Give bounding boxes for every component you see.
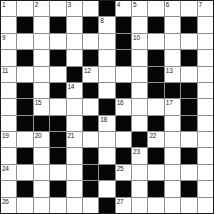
white-cell[interactable]: 24 [1, 165, 16, 180]
white-cell[interactable] [165, 132, 180, 147]
clue-number: 1 [2, 1, 5, 8]
black-cell [165, 83, 180, 98]
black-cell [148, 116, 163, 131]
white-cell[interactable] [132, 67, 147, 82]
white-cell[interactable] [34, 181, 49, 196]
white-cell[interactable] [67, 165, 82, 180]
black-cell [83, 17, 98, 32]
clue-number: 14 [68, 83, 75, 90]
white-cell[interactable] [165, 165, 180, 180]
black-cell [99, 99, 114, 114]
white-cell[interactable] [165, 50, 180, 65]
white-cell[interactable] [99, 67, 114, 82]
white-cell[interactable] [198, 198, 213, 213]
clue-number: 10 [133, 34, 140, 41]
black-cell [132, 132, 147, 147]
white-cell[interactable] [198, 148, 213, 163]
white-cell[interactable] [1, 17, 16, 32]
black-cell [17, 50, 32, 65]
clue-number: 3 [68, 1, 71, 8]
black-cell [181, 148, 196, 163]
white-cell[interactable]: 10 [132, 34, 147, 49]
white-cell[interactable] [132, 181, 147, 196]
white-cell[interactable] [116, 67, 131, 82]
white-cell[interactable] [67, 148, 82, 163]
white-cell[interactable] [132, 165, 147, 180]
white-cell[interactable] [132, 116, 147, 131]
black-cell [50, 116, 65, 131]
white-cell[interactable] [83, 198, 98, 213]
white-cell[interactable] [198, 116, 213, 131]
white-cell[interactable] [99, 181, 114, 196]
black-cell [181, 99, 196, 114]
white-cell[interactable]: 4 [116, 1, 131, 16]
white-cell[interactable] [181, 165, 196, 180]
white-cell[interactable] [1, 99, 16, 114]
white-cell[interactable]: 22 [148, 132, 163, 147]
white-cell[interactable] [1, 50, 16, 65]
white-cell[interactable] [198, 67, 213, 82]
white-cell[interactable]: 6 [165, 1, 180, 16]
white-cell[interactable] [67, 198, 82, 213]
white-cell[interactable] [50, 1, 65, 16]
white-cell[interactable] [148, 34, 163, 49]
white-cell[interactable] [165, 148, 180, 163]
white-cell[interactable] [83, 34, 98, 49]
white-cell[interactable]: 27 [116, 198, 131, 213]
black-cell [83, 148, 98, 163]
white-cell[interactable] [67, 99, 82, 114]
black-cell [50, 148, 65, 163]
white-cell[interactable] [67, 181, 82, 196]
black-cell [34, 116, 49, 131]
white-cell[interactable] [99, 34, 114, 49]
white-cell[interactable] [132, 99, 147, 114]
white-cell[interactable] [181, 198, 196, 213]
black-cell [148, 67, 163, 82]
clue-number: 12 [84, 67, 91, 74]
white-cell[interactable]: 9 [1, 34, 16, 49]
black-cell [116, 181, 131, 196]
white-cell[interactable]: 17 [165, 99, 180, 114]
white-cell[interactable] [17, 1, 32, 16]
white-cell[interactable]: 12 [83, 67, 98, 82]
black-cell [181, 116, 196, 131]
clue-number: 13 [166, 67, 173, 74]
white-cell[interactable]: 2 [34, 1, 49, 16]
white-cell[interactable] [67, 50, 82, 65]
clue-number: 22 [149, 132, 156, 139]
white-cell[interactable]: 11 [1, 67, 16, 82]
white-cell[interactable] [132, 50, 147, 65]
white-cell[interactable] [99, 83, 114, 98]
black-cell [116, 148, 131, 163]
white-cell[interactable]: 15 [34, 99, 49, 114]
white-cell[interactable] [99, 132, 114, 147]
black-cell [116, 50, 131, 65]
white-cell[interactable]: 8 [99, 17, 114, 32]
white-cell[interactable]: 13 [165, 67, 180, 82]
white-cell[interactable] [132, 17, 147, 32]
white-cell[interactable]: 25 [116, 165, 131, 180]
clue-number: 2 [35, 1, 38, 8]
black-cell [116, 83, 131, 98]
white-cell[interactable] [34, 198, 49, 213]
white-cell[interactable]: 14 [67, 83, 82, 98]
white-cell[interactable] [198, 34, 213, 49]
black-cell [99, 1, 114, 16]
black-cell [17, 116, 32, 131]
black-cell [50, 17, 65, 32]
black-cell [116, 116, 131, 131]
black-cell [83, 165, 98, 180]
white-cell[interactable] [198, 50, 213, 65]
white-cell[interactable] [50, 34, 65, 49]
white-cell[interactable] [198, 17, 213, 32]
black-cell [83, 83, 98, 98]
white-cell[interactable] [198, 181, 213, 196]
white-cell[interactable] [165, 116, 180, 131]
crossword-board: 1234567891011121314151617181920212223242… [0, 0, 214, 214]
black-cell [148, 181, 163, 196]
white-cell[interactable] [148, 198, 163, 213]
clue-number: 16 [117, 99, 124, 106]
white-cell[interactable] [99, 50, 114, 65]
clue-number: 7 [199, 1, 202, 8]
white-cell[interactable] [181, 1, 196, 16]
black-cell [99, 198, 114, 213]
white-cell[interactable]: 19 [1, 132, 16, 147]
white-cell[interactable] [34, 17, 49, 32]
white-cell[interactable]: 26 [1, 198, 16, 213]
clue-number: 4 [117, 1, 120, 8]
white-cell[interactable] [17, 198, 32, 213]
white-cell[interactable] [132, 198, 147, 213]
clue-number: 25 [117, 165, 124, 172]
white-cell[interactable] [50, 198, 65, 213]
clue-number: 9 [2, 34, 5, 41]
clue-number: 20 [35, 132, 42, 139]
white-cell[interactable] [17, 67, 32, 82]
black-cell [83, 116, 98, 131]
black-cell [181, 17, 196, 32]
black-cell [148, 83, 163, 98]
black-cell [17, 83, 32, 98]
white-cell[interactable] [148, 1, 163, 16]
white-cell[interactable] [50, 165, 65, 180]
black-cell [148, 50, 163, 65]
white-cell[interactable] [165, 198, 180, 213]
white-cell[interactable] [99, 148, 114, 163]
white-cell[interactable] [34, 148, 49, 163]
white-cell[interactable] [34, 50, 49, 65]
white-cell[interactable] [1, 181, 16, 196]
black-cell [181, 50, 196, 65]
white-cell[interactable] [34, 83, 49, 98]
white-cell[interactable] [67, 17, 82, 32]
white-cell[interactable] [50, 99, 65, 114]
black-cell [50, 181, 65, 196]
black-cell [17, 148, 32, 163]
white-cell[interactable]: 20 [34, 132, 49, 147]
white-cell[interactable] [17, 165, 32, 180]
white-cell[interactable] [165, 34, 180, 49]
white-cell[interactable] [181, 67, 196, 82]
clue-number: 21 [68, 132, 75, 139]
white-cell[interactable] [67, 116, 82, 131]
black-cell [17, 181, 32, 196]
white-cell[interactable] [198, 132, 213, 147]
black-cell [50, 83, 65, 98]
white-cell[interactable]: 7 [198, 1, 213, 16]
white-cell[interactable] [116, 132, 131, 147]
clue-number: 6 [166, 1, 169, 8]
clue-number: 24 [2, 165, 9, 172]
clue-number: 15 [35, 99, 42, 106]
white-cell[interactable] [165, 181, 180, 196]
white-cell[interactable]: 23 [132, 148, 147, 163]
clue-number: 5 [133, 1, 136, 8]
black-cell [181, 83, 196, 98]
white-cell[interactable]: 21 [67, 132, 82, 147]
white-cell[interactable]: 16 [116, 99, 131, 114]
white-cell[interactable] [181, 132, 196, 147]
crossword-grid: 1234567891011121314151617181920212223242… [0, 0, 214, 214]
white-cell[interactable]: 5 [132, 1, 147, 16]
white-cell[interactable] [34, 34, 49, 49]
white-cell[interactable] [148, 99, 163, 114]
clue-number: 23 [133, 148, 140, 155]
white-cell[interactable]: 18 [99, 116, 114, 131]
black-cell [116, 17, 131, 32]
white-cell[interactable] [67, 34, 82, 49]
clue-number: 27 [117, 198, 124, 205]
clue-number: 11 [2, 67, 8, 74]
black-cell [148, 17, 163, 32]
black-cell [50, 132, 65, 147]
white-cell[interactable] [1, 148, 16, 163]
white-cell[interactable] [83, 132, 98, 147]
black-cell [181, 181, 196, 196]
clue-number: 26 [2, 198, 9, 205]
white-cell[interactable]: 1 [1, 1, 16, 16]
white-cell[interactable] [83, 99, 98, 114]
white-cell[interactable] [165, 17, 180, 32]
clue-number: 8 [100, 17, 103, 24]
white-cell[interactable] [17, 132, 32, 147]
white-cell[interactable] [1, 116, 16, 131]
white-cell[interactable] [50, 67, 65, 82]
black-cell [148, 148, 163, 163]
white-cell[interactable] [148, 165, 163, 180]
white-cell[interactable] [34, 67, 49, 82]
clue-number: 17 [166, 99, 173, 106]
white-cell[interactable] [198, 165, 213, 180]
black-cell [99, 165, 114, 180]
white-cell[interactable] [181, 34, 196, 49]
black-cell [17, 17, 32, 32]
white-cell[interactable] [83, 1, 98, 16]
white-cell[interactable] [17, 34, 32, 49]
black-cell [50, 50, 65, 65]
white-cell[interactable] [34, 165, 49, 180]
white-cell[interactable] [1, 83, 16, 98]
clue-number: 18 [100, 116, 107, 123]
black-cell [83, 181, 98, 196]
white-cell[interactable]: 3 [67, 1, 82, 16]
black-cell [17, 99, 32, 114]
white-cell[interactable] [198, 99, 213, 114]
clue-number: 19 [2, 132, 9, 139]
black-cell [67, 67, 82, 82]
white-cell[interactable] [198, 83, 213, 98]
black-cell [83, 50, 98, 65]
white-cell[interactable] [132, 83, 147, 98]
black-cell [116, 34, 131, 49]
